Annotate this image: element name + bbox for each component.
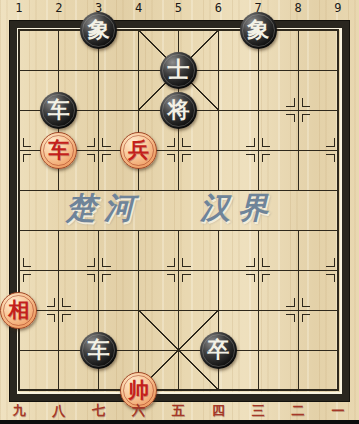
file-label-bottom: 二 [292,404,305,417]
piece-layer: 象象士车将车兵相车卒帅 [0,10,358,410]
piece-black-elephant[interactable]: 象 [80,12,117,49]
file-label-bottom: 八 [52,404,65,417]
file-label-bottom: 四 [212,404,225,417]
piece-black-chariot[interactable]: 车 [80,332,117,369]
xiangqi-app: 123456789 楚河 汉界 象象士车将车兵相车卒帅 九八七六五四三二一 [0,0,359,424]
piece-black-general[interactable]: 将 [160,92,197,129]
file-label-bottom: 五 [172,404,185,417]
piece-black-elephant[interactable]: 象 [240,12,277,49]
piece-black-chariot[interactable]: 车 [40,92,77,129]
piece-red-chariot[interactable]: 车 [40,132,77,169]
piece-red-elephant[interactable]: 相 [0,292,37,329]
file-label-bottom: 六 [132,404,145,417]
file-label-bottom: 七 [92,404,105,417]
file-label-bottom: 三 [252,404,265,417]
file-label-bottom: 一 [331,404,344,417]
bottom-divider [0,420,359,424]
piece-red-soldier[interactable]: 兵 [120,132,157,169]
file-labels-bottom: 九八七六五四三二一 [0,402,358,418]
file-label-bottom: 九 [12,404,25,417]
piece-black-advisor[interactable]: 士 [160,52,197,89]
piece-black-soldier[interactable]: 卒 [200,332,237,369]
